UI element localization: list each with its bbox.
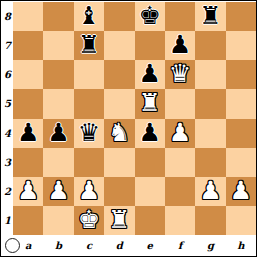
square-e1[interactable]	[135, 206, 165, 235]
square-e7[interactable]	[135, 31, 165, 60]
black-king: ♚	[138, 3, 160, 28]
square-c6[interactable]	[74, 60, 104, 89]
white-rook: ♜	[138, 90, 160, 115]
black-queen: ♛	[78, 120, 100, 145]
square-c2[interactable]: ♟	[74, 177, 104, 206]
square-f2[interactable]	[165, 177, 195, 206]
rank-label-6: 6	[2, 60, 13, 89]
square-d6[interactable]	[104, 60, 134, 89]
square-f8[interactable]	[165, 2, 195, 31]
rank-label-8: 8	[2, 2, 13, 31]
white-queen: ♛	[169, 61, 191, 86]
board: ♝♚♜♜♟♟♛♜♟♟♛♞♟♟♟♟♟♟♟♚♜	[13, 2, 256, 235]
rank-label-2: 2	[2, 177, 13, 206]
square-b7[interactable]	[43, 31, 73, 60]
white-pawn: ♟	[169, 120, 191, 145]
square-d2[interactable]	[104, 177, 134, 206]
square-c4[interactable]: ♛	[74, 119, 104, 148]
square-a3[interactable]	[13, 148, 43, 177]
black-bishop: ♝	[78, 3, 100, 28]
black-pawn: ♟	[169, 32, 191, 57]
square-g1[interactable]	[195, 206, 225, 235]
file-label-d: d	[104, 235, 134, 256]
file-label-b: b	[43, 235, 73, 256]
square-d8[interactable]	[104, 2, 134, 31]
square-f6[interactable]: ♛	[165, 60, 195, 89]
square-h2[interactable]: ♟	[226, 177, 256, 206]
square-b8[interactable]	[43, 2, 73, 31]
rank-labels: 87654321	[2, 2, 13, 235]
square-b2[interactable]: ♟	[43, 177, 73, 206]
square-a4[interactable]: ♟	[13, 119, 43, 148]
white-to-move-indicator	[5, 238, 20, 253]
black-pawn: ♟	[47, 120, 69, 145]
rank-label-7: 7	[2, 31, 13, 60]
black-pawn: ♟	[138, 120, 160, 145]
square-e5[interactable]: ♜	[135, 89, 165, 118]
square-e8[interactable]: ♚	[135, 2, 165, 31]
square-e3[interactable]	[135, 148, 165, 177]
square-a2[interactable]: ♟	[13, 177, 43, 206]
black-rook: ♜	[199, 3, 221, 28]
rank-label-3: 3	[2, 148, 13, 177]
square-g8[interactable]: ♜	[195, 2, 225, 31]
square-g6[interactable]	[195, 60, 225, 89]
file-labels: abcdefgh	[13, 235, 256, 256]
square-h8[interactable]	[226, 2, 256, 31]
white-rook: ♜	[108, 207, 130, 232]
square-g2[interactable]: ♟	[195, 177, 225, 206]
white-king: ♚	[78, 207, 100, 232]
square-f1[interactable]	[165, 206, 195, 235]
file-label-e: e	[135, 235, 165, 256]
black-rook: ♜	[78, 32, 100, 57]
square-a6[interactable]	[13, 60, 43, 89]
chess-board-diagram: 87654321 ♝♚♜♜♟♟♛♜♟♟♛♞♟♟♟♟♟♟♟♚♜ abcdefgh	[0, 0, 257, 257]
square-b4[interactable]: ♟	[43, 119, 73, 148]
black-pawn: ♟	[17, 120, 39, 145]
white-pawn: ♟	[17, 178, 39, 203]
rank-label-4: 4	[2, 119, 13, 148]
square-b3[interactable]	[43, 148, 73, 177]
square-b6[interactable]	[43, 60, 73, 89]
square-f4[interactable]: ♟	[165, 119, 195, 148]
square-a1[interactable]	[13, 206, 43, 235]
square-c5[interactable]	[74, 89, 104, 118]
file-label-g: g	[195, 235, 225, 256]
square-h3[interactable]	[226, 148, 256, 177]
white-pawn: ♟	[199, 178, 221, 203]
black-pawn: ♟	[138, 61, 160, 86]
square-g3[interactable]	[195, 148, 225, 177]
file-label-h: h	[226, 235, 256, 256]
square-f7[interactable]: ♟	[165, 31, 195, 60]
white-knight: ♞	[108, 120, 130, 145]
square-c3[interactable]	[74, 148, 104, 177]
square-a8[interactable]	[13, 2, 43, 31]
rank-label-5: 5	[2, 89, 13, 118]
rank-label-1: 1	[2, 206, 13, 235]
square-a5[interactable]	[13, 89, 43, 118]
square-h1[interactable]	[226, 206, 256, 235]
square-g5[interactable]	[195, 89, 225, 118]
square-d1[interactable]: ♜	[104, 206, 134, 235]
square-f3[interactable]	[165, 148, 195, 177]
square-d7[interactable]	[104, 31, 134, 60]
square-g7[interactable]	[195, 31, 225, 60]
square-c8[interactable]: ♝	[74, 2, 104, 31]
square-g4[interactable]	[195, 119, 225, 148]
square-b1[interactable]	[43, 206, 73, 235]
square-h7[interactable]	[226, 31, 256, 60]
square-h5[interactable]	[226, 89, 256, 118]
square-d3[interactable]	[104, 148, 134, 177]
white-pawn: ♟	[47, 178, 69, 203]
square-e6[interactable]: ♟	[135, 60, 165, 89]
file-label-c: c	[74, 235, 104, 256]
square-c7[interactable]: ♜	[74, 31, 104, 60]
square-h4[interactable]	[226, 119, 256, 148]
square-f5[interactable]	[165, 89, 195, 118]
square-e4[interactable]: ♟	[135, 119, 165, 148]
square-e2[interactable]	[135, 177, 165, 206]
square-b5[interactable]	[43, 89, 73, 118]
white-pawn: ♟	[78, 178, 100, 203]
file-label-f: f	[165, 235, 195, 256]
square-d5[interactable]	[104, 89, 134, 118]
square-h6[interactable]	[226, 60, 256, 89]
square-d4[interactable]: ♞	[104, 119, 134, 148]
square-c1[interactable]: ♚	[74, 206, 104, 235]
square-a7[interactable]	[13, 31, 43, 60]
white-pawn: ♟	[230, 178, 252, 203]
